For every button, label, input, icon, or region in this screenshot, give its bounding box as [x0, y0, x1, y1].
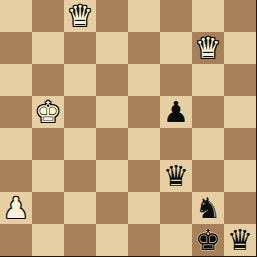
square-c2[interactable]	[64, 192, 96, 224]
square-d6[interactable]	[96, 64, 128, 96]
square-g7[interactable]: ♛	[192, 32, 224, 64]
chess-board-frame: ♛♛♚♟♛♟♞♚♛	[0, 0, 257, 257]
square-f6[interactable]	[160, 64, 192, 96]
white-king[interactable]: ♚	[32, 96, 64, 128]
square-c4[interactable]	[64, 128, 96, 160]
square-g1[interactable]: ♚	[192, 224, 224, 256]
square-h4[interactable]	[224, 128, 256, 160]
square-f8[interactable]	[160, 0, 192, 32]
square-g8[interactable]	[192, 0, 224, 32]
square-a6[interactable]	[0, 64, 32, 96]
square-d2[interactable]	[96, 192, 128, 224]
square-b2[interactable]	[32, 192, 64, 224]
square-h1[interactable]: ♛	[224, 224, 256, 256]
square-a1[interactable]	[0, 224, 32, 256]
square-g5[interactable]	[192, 96, 224, 128]
square-e4[interactable]	[128, 128, 160, 160]
square-c8[interactable]: ♛	[64, 0, 96, 32]
square-b5[interactable]: ♚	[32, 96, 64, 128]
black-queen[interactable]: ♛	[224, 224, 256, 256]
square-h6[interactable]	[224, 64, 256, 96]
square-e5[interactable]	[128, 96, 160, 128]
black-king[interactable]: ♚	[192, 224, 224, 256]
square-b7[interactable]	[32, 32, 64, 64]
square-a7[interactable]	[0, 32, 32, 64]
square-h5[interactable]	[224, 96, 256, 128]
square-f5[interactable]: ♟	[160, 96, 192, 128]
square-d4[interactable]	[96, 128, 128, 160]
square-b4[interactable]	[32, 128, 64, 160]
square-d3[interactable]	[96, 160, 128, 192]
square-d7[interactable]	[96, 32, 128, 64]
square-e7[interactable]	[128, 32, 160, 64]
black-knight[interactable]: ♞	[192, 192, 224, 224]
square-f2[interactable]	[160, 192, 192, 224]
square-h7[interactable]	[224, 32, 256, 64]
white-queen[interactable]: ♛	[192, 32, 224, 64]
square-h8[interactable]	[224, 0, 256, 32]
square-g2[interactable]: ♞	[192, 192, 224, 224]
square-a2[interactable]: ♟	[0, 192, 32, 224]
square-e3[interactable]	[128, 160, 160, 192]
square-h3[interactable]	[224, 160, 256, 192]
square-f4[interactable]	[160, 128, 192, 160]
square-g3[interactable]	[192, 160, 224, 192]
square-g4[interactable]	[192, 128, 224, 160]
square-b3[interactable]	[32, 160, 64, 192]
square-e2[interactable]	[128, 192, 160, 224]
black-queen[interactable]: ♛	[160, 160, 192, 192]
square-f1[interactable]	[160, 224, 192, 256]
square-e1[interactable]	[128, 224, 160, 256]
square-c6[interactable]	[64, 64, 96, 96]
black-pawn[interactable]: ♟	[160, 96, 192, 128]
white-queen[interactable]: ♛	[64, 0, 96, 32]
square-h2[interactable]	[224, 192, 256, 224]
square-g6[interactable]	[192, 64, 224, 96]
square-b8[interactable]	[32, 0, 64, 32]
square-c3[interactable]	[64, 160, 96, 192]
square-c5[interactable]	[64, 96, 96, 128]
square-d1[interactable]	[96, 224, 128, 256]
white-pawn[interactable]: ♟	[0, 192, 32, 224]
square-c7[interactable]	[64, 32, 96, 64]
square-b1[interactable]	[32, 224, 64, 256]
square-a8[interactable]	[0, 0, 32, 32]
square-a5[interactable]	[0, 96, 32, 128]
square-b6[interactable]	[32, 64, 64, 96]
square-e8[interactable]	[128, 0, 160, 32]
square-c1[interactable]	[64, 224, 96, 256]
square-f3[interactable]: ♛	[160, 160, 192, 192]
square-a3[interactable]	[0, 160, 32, 192]
chess-board: ♛♛♚♟♛♟♞♚♛	[0, 0, 256, 256]
square-a4[interactable]	[0, 128, 32, 160]
square-d5[interactable]	[96, 96, 128, 128]
square-e6[interactable]	[128, 64, 160, 96]
square-f7[interactable]	[160, 32, 192, 64]
square-d8[interactable]	[96, 0, 128, 32]
